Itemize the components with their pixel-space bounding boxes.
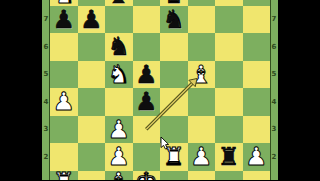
rank-label-5-left: 5 [42, 70, 50, 78]
piece-white-pawn-c3[interactable]: ♟ [105, 116, 133, 144]
rank-label-7-left: 7 [42, 15, 50, 23]
square-g4[interactable] [215, 88, 243, 116]
square-b3[interactable] [78, 116, 106, 144]
square-f3[interactable] [188, 116, 216, 144]
square-e4[interactable] [160, 88, 188, 116]
square-d6[interactable] [133, 33, 161, 61]
square-f1[interactable] [188, 171, 216, 181]
piece-white-king-d1[interactable]: ♚ [133, 168, 161, 181]
square-g1[interactable] [215, 171, 243, 181]
square-h5[interactable] [243, 61, 271, 89]
square-g3[interactable] [215, 116, 243, 144]
piece-black-pawn-b7[interactable]: ♟ [78, 6, 106, 34]
square-g6[interactable] [215, 33, 243, 61]
rank-label-2-left: 2 [42, 153, 50, 161]
chess-board-frame: ♞♝♚♟♟♞♞♞♟♝♟♟♟♟♜♟♜♟♜♝♚ 776655443322 [42, 0, 278, 180]
piece-white-pawn-h2[interactable]: ♟ [243, 143, 271, 171]
square-b2[interactable] [78, 143, 106, 171]
rank-label-4-left: 4 [42, 98, 50, 106]
square-d7[interactable] [133, 6, 161, 34]
square-a3[interactable] [50, 116, 78, 144]
square-h4[interactable] [243, 88, 271, 116]
piece-black-rook-g2[interactable]: ♜ [215, 143, 243, 171]
piece-black-knight-e7[interactable]: ♞ [160, 6, 188, 34]
piece-black-pawn-d4[interactable]: ♟ [133, 88, 161, 116]
piece-white-pawn-f2[interactable]: ♟ [188, 143, 216, 171]
piece-white-rook-e2[interactable]: ♜ [160, 143, 188, 171]
square-h6[interactable] [243, 33, 271, 61]
square-h3[interactable] [243, 116, 271, 144]
rank-label-4-right: 4 [270, 98, 278, 106]
piece-black-bishop-c8[interactable]: ♝ [105, 0, 133, 9]
piece-white-pawn-a4[interactable]: ♟ [50, 88, 78, 116]
square-e3[interactable] [160, 116, 188, 144]
square-f6[interactable] [188, 33, 216, 61]
rank-label-6-right: 6 [270, 43, 278, 51]
square-f4[interactable] [188, 88, 216, 116]
piece-black-pawn-a7[interactable]: ♟ [50, 6, 78, 34]
piece-white-knight-c5[interactable]: ♞ [105, 61, 133, 89]
square-h1[interactable] [243, 171, 271, 181]
rank-label-3-left: 3 [42, 125, 50, 133]
chess-app-window: ♞♝♚♟♟♞♞♞♟♝♟♟♟♟♜♟♜♟♜♝♚ 776655443322 [0, 0, 320, 180]
square-a5[interactable] [50, 61, 78, 89]
square-d3[interactable] [133, 116, 161, 144]
rank-label-2-right: 2 [270, 153, 278, 161]
square-e6[interactable] [160, 33, 188, 61]
square-b6[interactable] [78, 33, 106, 61]
square-f7[interactable] [188, 6, 216, 34]
piece-black-pawn-d5[interactable]: ♟ [133, 61, 161, 89]
piece-white-bishop-c1[interactable]: ♝ [105, 168, 133, 181]
square-b1[interactable] [78, 171, 106, 181]
square-b4[interactable] [78, 88, 106, 116]
right-letterbox [278, 0, 320, 180]
rank-label-6-left: 6 [42, 43, 50, 51]
piece-black-knight-c6[interactable]: ♞ [105, 33, 133, 61]
rank-label-5-right: 5 [270, 70, 278, 78]
left-letterbox [0, 0, 42, 180]
square-e1[interactable] [160, 171, 188, 181]
rank-label-3-right: 3 [270, 125, 278, 133]
square-h7[interactable] [243, 6, 271, 34]
piece-white-bishop-f5[interactable]: ♝ [188, 61, 216, 89]
square-c4[interactable] [105, 88, 133, 116]
square-a6[interactable] [50, 33, 78, 61]
square-b5[interactable] [78, 61, 106, 89]
square-e5[interactable] [160, 61, 188, 89]
piece-white-rook-a1[interactable]: ♜ [50, 168, 78, 181]
square-c7[interactable] [105, 6, 133, 34]
square-g7[interactable] [215, 6, 243, 34]
rank-label-7-right: 7 [270, 15, 278, 23]
square-g5[interactable] [215, 61, 243, 89]
